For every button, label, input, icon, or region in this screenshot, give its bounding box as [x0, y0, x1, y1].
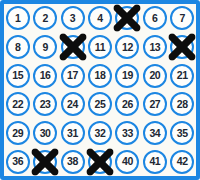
number-label: 20 — [149, 70, 160, 81]
number-cell-6[interactable]: 6 — [141, 4, 168, 33]
number-circle: 21 — [170, 64, 194, 88]
number-cell-5[interactable]: 5 — [114, 4, 141, 33]
number-circle: 12 — [115, 35, 139, 59]
number-cell-17[interactable]: 17 — [59, 61, 86, 90]
number-label: 9 — [42, 42, 47, 53]
number-grid-board: 1234567891011121314151617181920212223242… — [0, 0, 200, 180]
number-circle: 25 — [88, 92, 112, 116]
number-cell-9[interactable]: 9 — [31, 33, 58, 62]
number-label: 8 — [15, 42, 20, 53]
number-label: 17 — [67, 70, 78, 81]
number-label: 36 — [12, 156, 23, 167]
number-cell-16[interactable]: 16 — [31, 61, 58, 90]
number-circle: 28 — [170, 92, 194, 116]
number-circle: 11 — [88, 35, 112, 59]
number-label: 42 — [177, 156, 188, 167]
number-label: 16 — [40, 70, 51, 81]
number-cell-42[interactable]: 42 — [169, 147, 196, 176]
number-cell-31[interactable]: 31 — [59, 119, 86, 148]
number-label: 40 — [122, 156, 133, 167]
number-circle: 4 — [88, 6, 112, 30]
number-cell-1[interactable]: 1 — [4, 4, 31, 33]
number-label: 27 — [149, 99, 160, 110]
cross-mark-icon — [86, 148, 113, 175]
number-label: 15 — [12, 70, 23, 81]
number-circle: 15 — [6, 64, 30, 88]
number-label: 21 — [177, 70, 188, 81]
number-label: 13 — [149, 42, 160, 53]
number-cell-23[interactable]: 23 — [31, 90, 58, 119]
number-circle: 31 — [61, 121, 85, 145]
number-circle: 38 — [61, 150, 85, 174]
number-cell-12[interactable]: 12 — [114, 33, 141, 62]
number-cell-3[interactable]: 3 — [59, 4, 86, 33]
number-label: 22 — [12, 99, 23, 110]
number-cell-8[interactable]: 8 — [4, 33, 31, 62]
number-label: 7 — [180, 13, 185, 24]
number-circle: 20 — [143, 64, 167, 88]
number-circle: 16 — [33, 64, 57, 88]
number-cell-24[interactable]: 24 — [59, 90, 86, 119]
number-circle: 8 — [6, 35, 30, 59]
number-circle: 41 — [143, 150, 167, 174]
number-cell-11[interactable]: 11 — [86, 33, 113, 62]
number-cell-28[interactable]: 28 — [169, 90, 196, 119]
number-circle: 19 — [115, 64, 139, 88]
number-circle: 9 — [33, 35, 57, 59]
number-label: 4 — [97, 13, 102, 24]
number-circle: 1 — [6, 6, 30, 30]
number-circle: 27 — [143, 92, 167, 116]
number-label: 35 — [177, 128, 188, 139]
number-cell-22[interactable]: 22 — [4, 90, 31, 119]
number-label: 19 — [122, 70, 133, 81]
number-label: 23 — [40, 99, 51, 110]
number-circle: 42 — [170, 150, 194, 174]
number-circle: 29 — [6, 121, 30, 145]
number-circle: 3 — [61, 6, 85, 30]
number-circle: 33 — [115, 121, 139, 145]
number-cell-34[interactable]: 34 — [141, 119, 168, 148]
number-circle: 35 — [170, 121, 194, 145]
number-circle: 22 — [6, 92, 30, 116]
number-circle: 6 — [143, 6, 167, 30]
number-circle: 26 — [115, 92, 139, 116]
number-circle: 2 — [33, 6, 57, 30]
number-circle: 24 — [61, 92, 85, 116]
number-cell-2[interactable]: 2 — [31, 4, 58, 33]
number-cell-26[interactable]: 26 — [114, 90, 141, 119]
number-circle: 7 — [170, 6, 194, 30]
number-cell-15[interactable]: 15 — [4, 61, 31, 90]
number-label: 3 — [70, 13, 75, 24]
number-label: 1 — [15, 13, 20, 24]
number-cell-25[interactable]: 25 — [86, 90, 113, 119]
number-circle: 18 — [88, 64, 112, 88]
cross-mark-icon — [169, 33, 196, 60]
number-label: 29 — [12, 128, 23, 139]
number-circle: 32 — [88, 121, 112, 145]
cross-mark-icon — [59, 33, 86, 60]
number-cell-37[interactable]: 37 — [31, 147, 58, 176]
number-cell-35[interactable]: 35 — [169, 119, 196, 148]
number-label: 30 — [40, 128, 51, 139]
number-cell-33[interactable]: 33 — [114, 119, 141, 148]
number-label: 33 — [122, 128, 133, 139]
number-cell-32[interactable]: 32 — [86, 119, 113, 148]
number-label: 24 — [67, 99, 78, 110]
number-circle: 13 — [143, 35, 167, 59]
number-cell-4[interactable]: 4 — [86, 4, 113, 33]
number-label: 34 — [149, 128, 160, 139]
number-label: 18 — [95, 70, 106, 81]
number-cell-19[interactable]: 19 — [114, 61, 141, 90]
number-label: 28 — [177, 99, 188, 110]
number-cell-30[interactable]: 30 — [31, 119, 58, 148]
number-cell-41[interactable]: 41 — [141, 147, 168, 176]
number-cell-29[interactable]: 29 — [4, 119, 31, 148]
number-label: 26 — [122, 99, 133, 110]
number-cell-13[interactable]: 13 — [141, 33, 168, 62]
number-label: 38 — [67, 156, 78, 167]
number-label: 11 — [95, 42, 105, 53]
number-cell-18[interactable]: 18 — [86, 61, 113, 90]
number-cell-27[interactable]: 27 — [141, 90, 168, 119]
number-cell-14[interactable]: 14 — [169, 33, 196, 62]
number-circle: 23 — [33, 92, 57, 116]
cross-mark-icon — [114, 5, 141, 32]
number-label: 41 — [149, 156, 160, 167]
number-label: 12 — [122, 42, 133, 53]
number-label: 25 — [95, 99, 106, 110]
number-label: 32 — [95, 128, 106, 139]
number-cell-40[interactable]: 40 — [114, 147, 141, 176]
number-grid: 1234567891011121314151617181920212223242… — [4, 4, 196, 176]
number-cell-20[interactable]: 20 — [141, 61, 168, 90]
number-cell-39[interactable]: 39 — [86, 147, 113, 176]
number-cell-7[interactable]: 7 — [169, 4, 196, 33]
number-cell-10[interactable]: 10 — [59, 33, 86, 62]
number-circle: 30 — [33, 121, 57, 145]
number-circle: 40 — [115, 150, 139, 174]
number-cell-21[interactable]: 21 — [169, 61, 196, 90]
number-circle: 36 — [6, 150, 30, 174]
number-cell-38[interactable]: 38 — [59, 147, 86, 176]
number-cell-36[interactable]: 36 — [4, 147, 31, 176]
number-circle: 34 — [143, 121, 167, 145]
cross-mark-icon — [32, 148, 59, 175]
number-label: 6 — [152, 13, 157, 24]
number-circle: 17 — [61, 64, 85, 88]
number-label: 31 — [67, 128, 78, 139]
number-label: 2 — [42, 13, 47, 24]
